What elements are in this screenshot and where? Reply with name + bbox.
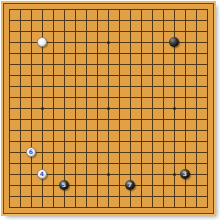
stone-white-d16[interactable] [37,37,48,48]
move-number-label: 5 [62,181,66,187]
board-grid[interactable]: 34567 [9,9,208,208]
star-point [107,41,110,44]
stone-black-m3[interactable]: 7 [125,180,136,191]
move-number-label: 4 [40,170,44,176]
star-point [107,107,110,110]
star-point [107,173,110,176]
star-point [173,107,176,110]
star-point [41,107,44,110]
go-board[interactable]: 34567 [3,3,214,214]
move-number-label: 3 [183,170,187,176]
stone-black-q16[interactable] [169,37,180,48]
stone-black-f3[interactable]: 5 [59,180,70,191]
stone-black-r4[interactable]: 3 [180,169,191,180]
stone-white-c6[interactable]: 6 [26,147,37,158]
move-number-label: 6 [29,148,33,154]
move-number-label: 7 [128,181,132,187]
go-app-canvas: 34567 [0,0,220,220]
stone-white-d4[interactable]: 4 [37,169,48,180]
star-point [173,173,176,176]
